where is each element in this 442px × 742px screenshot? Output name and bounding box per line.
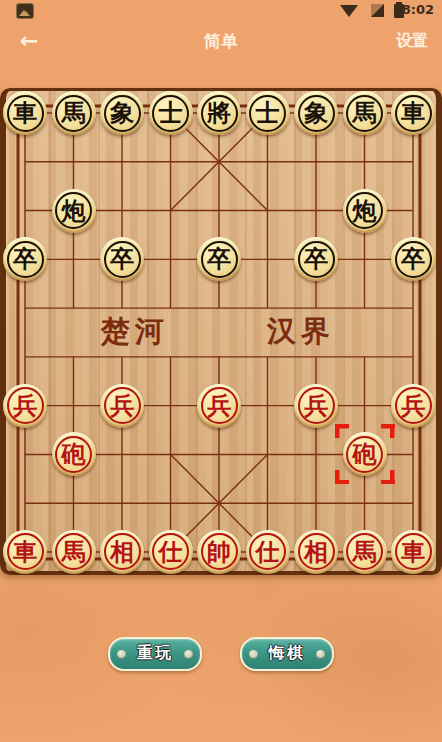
piece-glyph: 卒 [100, 237, 144, 281]
piece-glyph: 象 [100, 91, 144, 135]
piece-glyph: 馬 [52, 91, 96, 135]
piece-red-相[interactable]: 相 [100, 530, 144, 574]
piece-red-相[interactable]: 相 [294, 530, 338, 574]
piece-black-馬[interactable]: 馬 [343, 91, 387, 135]
piece-glyph: 車 [3, 530, 47, 574]
piece-glyph: 帥 [197, 530, 241, 574]
xiangqi-board[interactable]: 楚河 汉界 車馬象士將士象馬車炮炮卒卒卒卒卒兵兵兵兵兵砲砲車馬相仕帥仕相馬車 [0, 88, 442, 575]
piece-black-卒[interactable]: 卒 [3, 237, 47, 281]
board-grid [0, 88, 442, 575]
piece-glyph: 兵 [100, 384, 144, 428]
status-time: 8:02 [402, 2, 434, 17]
piece-glyph: 卒 [3, 237, 47, 281]
piece-glyph: 兵 [294, 384, 338, 428]
piece-glyph: 仕 [149, 530, 193, 574]
piece-red-車[interactable]: 車 [3, 530, 47, 574]
piece-glyph: 馬 [343, 91, 387, 135]
undo-button[interactable]: 悔棋 [240, 637, 334, 671]
piece-black-炮[interactable]: 炮 [343, 189, 387, 233]
piece-red-兵[interactable]: 兵 [197, 384, 241, 428]
piece-red-仕[interactable]: 仕 [149, 530, 193, 574]
piece-glyph: 兵 [197, 384, 241, 428]
piece-red-兵[interactable]: 兵 [294, 384, 338, 428]
piece-glyph: 象 [294, 91, 338, 135]
piece-glyph: 馬 [52, 530, 96, 574]
piece-black-象[interactable]: 象 [294, 91, 338, 135]
piece-glyph: 兵 [391, 384, 435, 428]
piece-glyph: 兵 [3, 384, 47, 428]
piece-red-兵[interactable]: 兵 [100, 384, 144, 428]
settings-button[interactable]: 设置 [396, 31, 428, 52]
piece-red-兵[interactable]: 兵 [391, 384, 435, 428]
piece-glyph: 砲 [52, 432, 96, 476]
piece-glyph: 仕 [246, 530, 290, 574]
piece-red-砲[interactable]: 砲 [343, 432, 387, 476]
no-signal-icon [371, 4, 384, 17]
piece-red-馬[interactable]: 馬 [52, 530, 96, 574]
piece-black-卒[interactable]: 卒 [391, 237, 435, 281]
action-buttons: 重玩 悔棋 [0, 637, 442, 671]
piece-glyph: 炮 [343, 189, 387, 233]
piece-black-將[interactable]: 將 [197, 91, 241, 135]
piece-black-馬[interactable]: 馬 [52, 91, 96, 135]
button-stud-icon [316, 650, 325, 659]
piece-glyph: 卒 [197, 237, 241, 281]
piece-glyph: 車 [3, 91, 47, 135]
status-bar: 8:02 [0, 0, 442, 20]
piece-glyph: 士 [149, 91, 193, 135]
piece-red-帥[interactable]: 帥 [197, 530, 241, 574]
river-label-left: 楚河 [101, 312, 169, 352]
piece-glyph: 將 [197, 91, 241, 135]
piece-glyph: 卒 [391, 237, 435, 281]
piece-black-卒[interactable]: 卒 [197, 237, 241, 281]
piece-glyph: 卒 [294, 237, 338, 281]
piece-red-車[interactable]: 車 [391, 530, 435, 574]
piece-glyph: 車 [391, 530, 435, 574]
piece-black-車[interactable]: 車 [391, 91, 435, 135]
photo-notification-icon [16, 3, 34, 19]
piece-black-車[interactable]: 車 [3, 91, 47, 135]
piece-glyph: 相 [100, 530, 144, 574]
piece-black-士[interactable]: 士 [246, 91, 290, 135]
piece-red-馬[interactable]: 馬 [343, 530, 387, 574]
piece-red-砲[interactable]: 砲 [52, 432, 96, 476]
piece-glyph: 士 [246, 91, 290, 135]
piece-glyph: 馬 [343, 530, 387, 574]
piece-glyph: 炮 [52, 189, 96, 233]
page-title: 简单 [0, 30, 442, 53]
river-label-right: 汉界 [267, 312, 335, 352]
piece-black-士[interactable]: 士 [149, 91, 193, 135]
piece-black-卒[interactable]: 卒 [294, 237, 338, 281]
button-stud-icon [184, 650, 193, 659]
piece-black-卒[interactable]: 卒 [100, 237, 144, 281]
piece-red-仕[interactable]: 仕 [246, 530, 290, 574]
header: ← 简单 设置 [0, 20, 442, 62]
piece-glyph: 相 [294, 530, 338, 574]
piece-red-兵[interactable]: 兵 [3, 384, 47, 428]
wifi-icon [340, 5, 358, 17]
piece-black-象[interactable]: 象 [100, 91, 144, 135]
restart-button[interactable]: 重玩 [108, 637, 202, 671]
piece-glyph: 車 [391, 91, 435, 135]
selection-brackets-icon [335, 424, 395, 484]
piece-black-炮[interactable]: 炮 [52, 189, 96, 233]
